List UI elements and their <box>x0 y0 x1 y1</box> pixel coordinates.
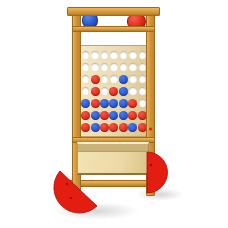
empty-hole <box>139 87 147 95</box>
empty-hole <box>82 75 90 83</box>
board-cell-r4c6[interactable] <box>128 85 137 97</box>
board-cell-r5c1[interactable] <box>81 97 90 109</box>
empty-hole <box>91 51 99 59</box>
empty-hole <box>139 99 147 107</box>
blue-disc <box>81 99 90 108</box>
board-cell-r2c4[interactable] <box>109 61 118 73</box>
board-cell-r7c6[interactable] <box>128 121 137 133</box>
red-disc <box>128 99 137 108</box>
empty-hole <box>139 75 147 83</box>
disc-shelf-rail <box>72 26 155 32</box>
board-cell-r3c6[interactable] <box>128 73 137 85</box>
red-disc <box>119 123 128 132</box>
empty-hole <box>120 63 128 71</box>
blue-disc <box>119 99 128 108</box>
board-cell-r4c2[interactable] <box>90 85 99 97</box>
board-cell-r4c5[interactable] <box>119 85 128 97</box>
red-disc <box>81 123 90 132</box>
red-disc <box>128 111 137 120</box>
ground-shadow-right <box>136 188 184 201</box>
blue-disc <box>128 123 137 132</box>
board-cell-r7c1[interactable] <box>81 121 90 133</box>
board-cell-r5c2[interactable] <box>90 97 99 109</box>
empty-hole <box>101 51 109 59</box>
red-disc <box>100 111 109 120</box>
blue-disc <box>119 75 128 84</box>
board-cell-r4c1[interactable] <box>81 85 90 97</box>
empty-hole <box>139 63 147 71</box>
board-cell-r2c2[interactable] <box>90 61 99 73</box>
board-cell-r2c5[interactable] <box>119 61 128 73</box>
red-disc <box>91 87 100 96</box>
board-cell-r5c5[interactable] <box>119 97 128 109</box>
empty-hole <box>101 87 109 95</box>
board-cell-r6c4[interactable] <box>109 109 118 121</box>
blue-disc <box>100 99 109 108</box>
empty-hole <box>139 51 147 59</box>
board-cell-r6c2[interactable] <box>90 109 99 121</box>
board-cell-r6c3[interactable] <box>100 109 109 121</box>
board-cell-r5c3[interactable] <box>100 97 109 109</box>
blue-disc <box>91 123 100 132</box>
empty-hole <box>101 75 109 83</box>
board-cell-r5c6[interactable] <box>128 97 137 109</box>
red-disc <box>91 75 100 84</box>
empty-hole <box>110 63 118 71</box>
red-disc <box>109 123 118 132</box>
board-cell-r3c1[interactable] <box>81 73 90 85</box>
board-cell-r1c4[interactable] <box>109 49 118 61</box>
board-cell-r1c6[interactable] <box>128 49 137 61</box>
board-cell-r1c2[interactable] <box>90 49 99 61</box>
board-cell-r1c1[interactable] <box>81 49 90 61</box>
blue-disc <box>91 111 100 120</box>
empty-hole <box>82 63 90 71</box>
board-cell-r6c1[interactable] <box>81 109 90 121</box>
empty-hole <box>91 63 99 71</box>
blue-disc <box>109 111 118 120</box>
empty-hole <box>129 63 137 71</box>
board-cell-r1c3[interactable] <box>100 49 109 61</box>
empty-hole <box>120 51 128 59</box>
blue-disc <box>109 99 118 108</box>
red-disc <box>109 87 118 96</box>
empty-hole <box>110 51 118 59</box>
board-cell-r3c3[interactable] <box>100 73 109 85</box>
ground-shadow-left <box>52 202 140 220</box>
board-cell-r7c4[interactable] <box>109 121 118 133</box>
empty-hole <box>110 75 118 83</box>
board-cell-r2c6[interactable] <box>128 61 137 73</box>
board-cell-r3c5[interactable] <box>119 73 128 85</box>
red-disc <box>81 111 90 120</box>
red-disc <box>100 123 109 132</box>
board-cell-r6c6[interactable] <box>128 109 137 121</box>
board-cell-r3c4[interactable] <box>109 73 118 85</box>
board-cell-r7c5[interactable] <box>119 121 128 133</box>
blue-disc <box>119 87 128 96</box>
empty-hole <box>129 75 137 83</box>
empty-hole <box>82 51 90 59</box>
board-cell-r3c2[interactable] <box>90 73 99 85</box>
empty-hole <box>82 87 90 95</box>
board-cell-r6c5[interactable] <box>119 109 128 121</box>
board-cell-r4c3[interactable] <box>100 85 109 97</box>
storage-tray-front[interactable] <box>77 151 149 175</box>
empty-hole <box>129 87 137 95</box>
blue-disc <box>119 111 128 120</box>
board-cell-r2c3[interactable] <box>100 61 109 73</box>
board-cell-r4c4[interactable] <box>109 85 118 97</box>
top-cap-rail <box>67 7 160 16</box>
scene <box>0 0 228 228</box>
board-cell-r5c4[interactable] <box>109 97 118 109</box>
board-grid[interactable] <box>81 49 147 133</box>
board-cell-r1c5[interactable] <box>119 49 128 61</box>
empty-hole <box>129 51 137 59</box>
storage-tray-interior <box>77 142 149 151</box>
red-disc <box>91 99 100 108</box>
board-cell-r2c1[interactable] <box>81 61 90 73</box>
empty-hole <box>101 63 109 71</box>
board-cell-r7c2[interactable] <box>90 121 99 133</box>
board-cell-r7c3[interactable] <box>100 121 109 133</box>
